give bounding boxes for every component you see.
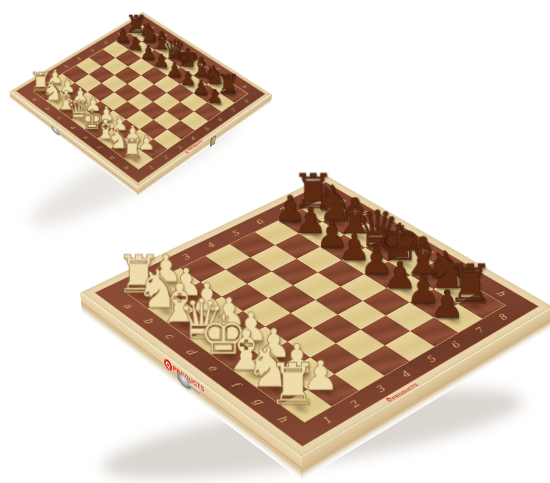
pieces-layer: ♜♞♝♛♚♝♞♜♟♟♟♟♟♟♟♟♟♟♟♟♟♟♟♟♜♞♝♛♚♝♞♜ [34, 25, 248, 168]
chess-board-small: abcdefgh abcdefgh 87654321 87654321 ♜♞♝♛… [10, 12, 272, 188]
piece-glyph: ♜ [239, 355, 349, 412]
piece-glyph: ♟ [186, 87, 243, 106]
metal-clasp-icon [52, 126, 60, 137]
piece-glyph: ♟ [396, 285, 498, 324]
product-photo: abcdefgh abcdefgh 87654321 87654321 ♜♞♝♛… [0, 0, 550, 483]
piece-glyph: ♜ [102, 135, 162, 163]
